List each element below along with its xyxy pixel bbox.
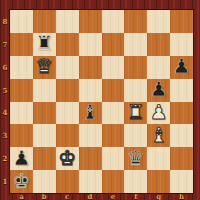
square-f4[interactable]: ♜ bbox=[124, 102, 147, 125]
file-label-b: b bbox=[33, 193, 56, 200]
rank-label-3: 3 bbox=[0, 124, 10, 147]
square-b3[interactable] bbox=[33, 124, 56, 147]
square-a5[interactable] bbox=[10, 79, 33, 102]
file-label-text-g: g bbox=[156, 193, 161, 200]
piece-black-pawn[interactable]: ♟ bbox=[150, 79, 168, 99]
square-e7[interactable] bbox=[102, 33, 125, 56]
piece-black-rook[interactable]: ♜ bbox=[35, 33, 53, 53]
file-label-text-h: h bbox=[179, 193, 184, 200]
square-c2[interactable]: ♚ bbox=[56, 147, 79, 170]
piece-black-king[interactable]: ♚ bbox=[12, 171, 30, 191]
rank-label-2: 2 bbox=[0, 147, 10, 170]
square-d8[interactable] bbox=[79, 10, 102, 33]
square-b4[interactable] bbox=[33, 102, 56, 125]
file-label-text-e: e bbox=[111, 193, 115, 200]
file-label-text-d: d bbox=[88, 193, 93, 200]
rank-label-6: 6 bbox=[0, 56, 10, 79]
rank-label-text-1: 1 bbox=[3, 178, 8, 185]
square-d6[interactable] bbox=[79, 56, 102, 79]
square-d2[interactable] bbox=[79, 147, 102, 170]
square-g5[interactable]: ♟ bbox=[147, 79, 170, 102]
square-g1[interactable] bbox=[147, 170, 170, 193]
square-e2[interactable] bbox=[102, 147, 125, 170]
square-h1[interactable] bbox=[170, 170, 193, 193]
square-d5[interactable] bbox=[79, 79, 102, 102]
square-f6[interactable] bbox=[124, 56, 147, 79]
square-h2[interactable] bbox=[170, 147, 193, 170]
file-label-text-f: f bbox=[134, 193, 137, 200]
piece-black-queen[interactable]: ♛ bbox=[127, 148, 145, 168]
square-a3[interactable] bbox=[10, 124, 33, 147]
piece-black-pawn[interactable]: ♟ bbox=[173, 56, 191, 76]
rank-label-4: 4 bbox=[0, 102, 10, 125]
square-h8[interactable] bbox=[170, 10, 193, 33]
square-f2[interactable]: ♛ bbox=[124, 147, 147, 170]
square-d1[interactable] bbox=[79, 170, 102, 193]
square-e3[interactable] bbox=[102, 124, 125, 147]
square-a8[interactable] bbox=[10, 10, 33, 33]
rank-label-text-2: 2 bbox=[3, 155, 8, 162]
file-labels: abcdefgh bbox=[10, 193, 193, 200]
rank-label-text-3: 3 bbox=[3, 132, 8, 139]
square-e5[interactable] bbox=[102, 79, 125, 102]
rank-labels: 87654321 bbox=[0, 10, 10, 193]
square-b7[interactable]: ♜ bbox=[33, 33, 56, 56]
square-c5[interactable] bbox=[56, 79, 79, 102]
rank-label-8: 8 bbox=[0, 10, 10, 33]
square-f5[interactable] bbox=[124, 79, 147, 102]
square-c3[interactable] bbox=[56, 124, 79, 147]
square-g3[interactable]: ♝ bbox=[147, 124, 170, 147]
piece-white-pawn[interactable]: ♟ bbox=[150, 102, 168, 122]
file-label-g: g bbox=[147, 193, 170, 200]
square-a4[interactable] bbox=[10, 102, 33, 125]
rank-label-text-5: 5 bbox=[3, 87, 8, 94]
square-g4[interactable]: ♟ bbox=[147, 102, 170, 125]
file-label-text-c: c bbox=[65, 193, 69, 200]
square-c4[interactable] bbox=[56, 102, 79, 125]
square-c7[interactable] bbox=[56, 33, 79, 56]
rank-label-text-6: 6 bbox=[3, 64, 8, 71]
piece-white-queen[interactable]: ♛ bbox=[35, 56, 53, 76]
square-a2[interactable]: ♟ bbox=[10, 147, 33, 170]
square-h4[interactable] bbox=[170, 102, 193, 125]
square-h6[interactable]: ♟ bbox=[170, 56, 193, 79]
piece-black-bishop[interactable]: ♝ bbox=[81, 102, 99, 122]
square-g8[interactable] bbox=[147, 10, 170, 33]
file-label-e: e bbox=[102, 193, 125, 200]
square-c1[interactable] bbox=[56, 170, 79, 193]
square-d3[interactable] bbox=[79, 124, 102, 147]
file-label-a: a bbox=[10, 193, 33, 200]
rank-label-7: 7 bbox=[0, 33, 10, 56]
square-b6[interactable]: ♛ bbox=[33, 56, 56, 79]
square-d7[interactable] bbox=[79, 33, 102, 56]
square-f3[interactable] bbox=[124, 124, 147, 147]
piece-white-rook[interactable]: ♜ bbox=[127, 102, 145, 122]
square-h5[interactable] bbox=[170, 79, 193, 102]
piece-black-pawn[interactable]: ♟ bbox=[12, 148, 30, 168]
file-label-d: d bbox=[79, 193, 102, 200]
rank-label-1: 1 bbox=[0, 170, 10, 193]
square-d4[interactable]: ♝ bbox=[79, 102, 102, 125]
square-a7[interactable] bbox=[10, 33, 33, 56]
square-a6[interactable] bbox=[10, 56, 33, 79]
square-g7[interactable] bbox=[147, 33, 170, 56]
square-e6[interactable] bbox=[102, 56, 125, 79]
square-g6[interactable] bbox=[147, 56, 170, 79]
square-f1[interactable] bbox=[124, 170, 147, 193]
file-label-text-b: b bbox=[42, 193, 47, 200]
file-label-c: c bbox=[56, 193, 79, 200]
square-a1[interactable]: ♚ bbox=[10, 170, 33, 193]
square-f7[interactable] bbox=[124, 33, 147, 56]
square-b2[interactable] bbox=[33, 147, 56, 170]
square-e4[interactable] bbox=[102, 102, 125, 125]
rank-label-text-8: 8 bbox=[3, 18, 8, 25]
file-label-h: h bbox=[170, 193, 193, 200]
square-h3[interactable] bbox=[170, 124, 193, 147]
square-e8[interactable] bbox=[102, 10, 125, 33]
square-g2[interactable] bbox=[147, 147, 170, 170]
piece-white-bishop[interactable]: ♝ bbox=[150, 125, 168, 145]
square-b8[interactable] bbox=[33, 10, 56, 33]
square-h7[interactable] bbox=[170, 33, 193, 56]
square-c6[interactable] bbox=[56, 56, 79, 79]
rank-label-text-4: 4 bbox=[3, 109, 8, 116]
square-f8[interactable] bbox=[124, 10, 147, 33]
square-c8[interactable] bbox=[56, 10, 79, 33]
piece-white-king[interactable]: ♚ bbox=[58, 148, 76, 168]
rank-label-text-7: 7 bbox=[3, 41, 8, 48]
rank-label-5: 5 bbox=[0, 79, 10, 102]
chess-board: ♜♛♟♟♝♜♟♝♟♚♛♚ bbox=[10, 10, 193, 193]
chess-board-frame: 87654321 abcdefgh ♜♛♟♟♝♜♟♝♟♚♛♚ bbox=[0, 0, 200, 200]
file-label-f: f bbox=[124, 193, 147, 200]
square-e1[interactable] bbox=[102, 170, 125, 193]
square-b1[interactable] bbox=[33, 170, 56, 193]
square-b5[interactable] bbox=[33, 79, 56, 102]
file-label-text-a: a bbox=[19, 193, 24, 200]
